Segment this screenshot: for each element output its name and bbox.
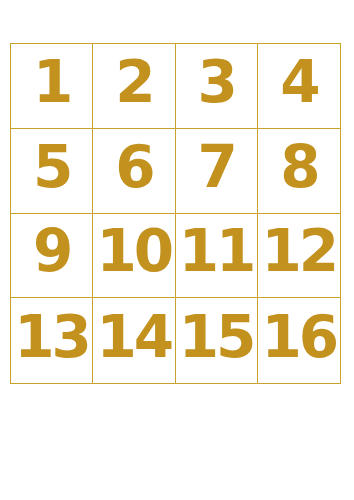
- grid-cell-3: 3: [176, 44, 258, 129]
- cell-number: 7: [197, 138, 234, 196]
- cell-number: 5: [33, 138, 70, 196]
- number-chart-page: 12345678910111213141516: [0, 0, 354, 500]
- cell-number: 3: [197, 53, 234, 111]
- cell-number: 8: [280, 138, 317, 196]
- grid-cell-13: 13: [11, 298, 93, 383]
- grid-cell-8: 8: [258, 129, 340, 214]
- grid-cell-11: 11: [176, 214, 258, 299]
- number-grid-board: 12345678910111213141516: [10, 43, 341, 384]
- cell-number: 11: [179, 222, 254, 280]
- grid-cell-7: 7: [176, 129, 258, 214]
- grid-cell-9: 9: [11, 214, 93, 299]
- cell-number: 15: [179, 308, 254, 366]
- grid-cell-2: 2: [93, 44, 175, 129]
- cell-number: 12: [262, 222, 337, 280]
- cell-number: 6: [115, 138, 152, 196]
- grid-cell-14: 14: [93, 298, 175, 383]
- grid-cell-16: 16: [258, 298, 340, 383]
- grid-cell-5: 5: [11, 129, 93, 214]
- cell-number: 13: [14, 308, 89, 366]
- grid-cell-4: 4: [258, 44, 340, 129]
- cell-number: 16: [262, 308, 337, 366]
- cell-number: 2: [115, 53, 152, 111]
- cell-number: 10: [97, 222, 172, 280]
- grid-cell-12: 12: [258, 214, 340, 299]
- cell-number: 4: [280, 53, 317, 111]
- grid-cell-1: 1: [11, 44, 93, 129]
- cell-number: 1: [33, 53, 70, 111]
- grid-cell-10: 10: [93, 214, 175, 299]
- grid-cell-15: 15: [176, 298, 258, 383]
- cell-number: 9: [33, 222, 70, 280]
- grid-cell-6: 6: [93, 129, 175, 214]
- cell-number: 14: [97, 308, 172, 366]
